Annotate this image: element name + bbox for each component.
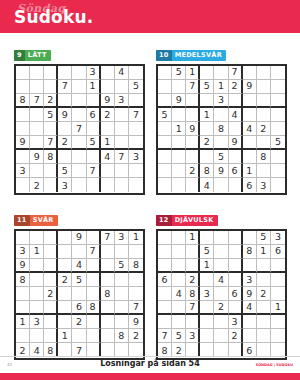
sudoku-cell-r1c7[interactable] xyxy=(243,231,257,245)
sudoku-cell-r3c4[interactable]: 1 xyxy=(200,259,214,273)
sudoku-cell-r3c5[interactable] xyxy=(72,94,86,108)
sudoku-cell-r3c4[interactable] xyxy=(200,94,214,108)
sudoku-cell-r5c7[interactable] xyxy=(101,122,115,136)
sudoku-cell-r1c5[interactable] xyxy=(214,231,228,245)
sudoku-cell-r4c1[interactable] xyxy=(16,108,30,122)
sudoku-cell-r2c6[interactable]: 2 xyxy=(229,80,243,94)
sudoku-cell-r2c5[interactable]: 1 xyxy=(214,80,228,94)
sudoku-cell-r8c2[interactable]: 5 xyxy=(172,329,186,343)
sudoku-cell-r3c2[interactable] xyxy=(172,259,186,273)
sudoku-cell-r2c9[interactable] xyxy=(129,245,143,259)
sudoku-cell-r4c6[interactable]: 6 xyxy=(87,108,101,122)
sudoku-cell-r7c3[interactable] xyxy=(186,315,200,329)
sudoku-cell-r2c6[interactable] xyxy=(229,245,243,259)
sudoku-cell-r1c7[interactable] xyxy=(101,66,115,80)
sudoku-cell-r1c3[interactable] xyxy=(44,231,58,245)
sudoku-cell-r2c2[interactable]: 1 xyxy=(30,245,44,259)
sudoku-cell-r2c9[interactable] xyxy=(271,80,285,94)
sudoku-cell-r8c6[interactable]: 2 xyxy=(229,329,243,343)
sudoku-cell-r6c5[interactable] xyxy=(72,136,86,150)
sudoku-cell-r5c3[interactable]: 2 xyxy=(44,287,58,301)
sudoku-cell-r8c5[interactable]: 9 xyxy=(214,164,228,178)
sudoku-cell-r5c1[interactable] xyxy=(158,287,172,301)
sudoku-cell-r7c6[interactable]: 3 xyxy=(229,315,243,329)
sudoku-cell-r1c2[interactable] xyxy=(30,66,44,80)
sudoku-cell-r5c7[interactable]: 9 xyxy=(243,287,257,301)
sudoku-cell-r2c6[interactable]: 1 xyxy=(87,80,101,94)
sudoku-cell-r5c9[interactable] xyxy=(271,122,285,136)
sudoku-cell-r3c6[interactable] xyxy=(87,259,101,273)
sudoku-cell-r2c6[interactable]: 7 xyxy=(87,245,101,259)
sudoku-cell-r6c5[interactable]: 2 xyxy=(214,301,228,315)
sudoku-cell-r8c2[interactable] xyxy=(30,164,44,178)
sudoku-cell-r2c7[interactable]: 8 xyxy=(243,245,257,259)
sudoku-cell-r1c7[interactable] xyxy=(243,66,257,80)
sudoku-cell-r7c1[interactable]: 1 xyxy=(16,315,30,329)
sudoku-cell-r4c3[interactable]: 2 xyxy=(186,273,200,287)
sudoku-cell-r5c8[interactable]: 2 xyxy=(257,287,271,301)
sudoku-cell-r4c3[interactable] xyxy=(186,108,200,122)
sudoku-cell-r8c1[interactable] xyxy=(158,164,172,178)
sudoku-cell-r3c9[interactable] xyxy=(271,259,285,273)
sudoku-cell-r1c8[interactable]: 4 xyxy=(115,66,129,80)
sudoku-cell-r5c7[interactable]: 4 xyxy=(243,122,257,136)
sudoku-cell-r6c2[interactable] xyxy=(30,136,44,150)
sudoku-cell-r4c1[interactable]: 5 xyxy=(158,108,172,122)
sudoku-cell-r6c3[interactable] xyxy=(186,136,200,150)
sudoku-cell-r7c9[interactable]: 9 xyxy=(129,315,143,329)
sudoku-cell-r6c9[interactable]: 7 xyxy=(129,301,143,315)
sudoku-cell-r2c8[interactable] xyxy=(115,80,129,94)
sudoku-cell-r9c5[interactable] xyxy=(72,178,86,192)
sudoku-cell-r7c7[interactable] xyxy=(243,315,257,329)
sudoku-cell-r5c6[interactable] xyxy=(87,122,101,136)
sudoku-cell-r8c4[interactable]: 8 xyxy=(200,164,214,178)
sudoku-cell-r7c2[interactable]: 9 xyxy=(30,150,44,164)
sudoku-cell-r1c8[interactable]: 5 xyxy=(257,231,271,245)
sudoku-cell-r6c8[interactable] xyxy=(257,136,271,150)
sudoku-cell-r2c1[interactable] xyxy=(158,245,172,259)
sudoku-cell-r7c7[interactable] xyxy=(101,315,115,329)
sudoku-cell-r1c2[interactable] xyxy=(172,231,186,245)
sudoku-cell-r5c5[interactable]: 8 xyxy=(214,122,228,136)
sudoku-cell-r6c4[interactable]: 2 xyxy=(200,136,214,150)
sudoku-cell-r1c3[interactable] xyxy=(44,66,58,80)
sudoku-cell-r8c4[interactable]: 5 xyxy=(58,164,72,178)
sudoku-cell-r4c4[interactable]: 9 xyxy=(58,108,72,122)
sudoku-cell-r1c8[interactable] xyxy=(257,66,271,80)
sudoku-cell-r8c7[interactable] xyxy=(101,164,115,178)
sudoku-cell-r1c8[interactable]: 3 xyxy=(115,231,129,245)
sudoku-cell-r4c5[interactable]: 4 xyxy=(214,273,228,287)
sudoku-cell-r2c4[interactable]: 5 xyxy=(200,245,214,259)
sudoku-cell-r3c4[interactable] xyxy=(58,259,72,273)
sudoku-cell-r6c4[interactable] xyxy=(200,301,214,315)
sudoku-cell-r7c5[interactable] xyxy=(72,150,86,164)
sudoku-cell-r3c9[interactable] xyxy=(271,94,285,108)
sudoku-cell-r6c1[interactable]: 9 xyxy=(16,136,30,150)
sudoku-cell-r7c1[interactable] xyxy=(16,150,30,164)
sudoku-cell-r8c1[interactable]: 3 xyxy=(16,164,30,178)
sudoku-cell-r7c7[interactable] xyxy=(243,150,257,164)
sudoku-cell-r6c6[interactable]: 5 xyxy=(87,136,101,150)
sudoku-cell-r7c9[interactable]: 3 xyxy=(129,150,143,164)
sudoku-cell-r6c2[interactable] xyxy=(172,301,186,315)
sudoku-cell-r1c1[interactable] xyxy=(16,66,30,80)
sudoku-cell-r1c4[interactable] xyxy=(58,231,72,245)
sudoku-cell-r7c4[interactable] xyxy=(58,150,72,164)
sudoku-cell-r8c5[interactable] xyxy=(72,329,86,343)
sudoku-cell-r3c5[interactable]: 3 xyxy=(214,94,228,108)
sudoku-cell-r7c7[interactable]: 4 xyxy=(101,150,115,164)
sudoku-cell-r2c1[interactable]: 3 xyxy=(16,245,30,259)
sudoku-cell-r8c3[interactable]: 3 xyxy=(186,329,200,343)
sudoku-cell-r7c1[interactable] xyxy=(158,315,172,329)
sudoku-cell-r2c1[interactable] xyxy=(158,80,172,94)
sudoku-cell-r7c5[interactable] xyxy=(214,315,228,329)
sudoku-cell-r7c2[interactable]: 3 xyxy=(30,315,44,329)
sudoku-cell-r2c7[interactable] xyxy=(101,80,115,94)
sudoku-cell-r4c2[interactable] xyxy=(172,108,186,122)
sudoku-cell-r9c7[interactable] xyxy=(101,178,115,192)
sudoku-cell-r1c6[interactable]: 3 xyxy=(87,66,101,80)
sudoku-cell-r8c9[interactable] xyxy=(271,164,285,178)
sudoku-cell-r9c6[interactable] xyxy=(229,178,243,192)
sudoku-cell-r8c9[interactable]: 2 xyxy=(129,329,143,343)
sudoku-cell-r8c1[interactable] xyxy=(16,329,30,343)
sudoku-cell-r6c7[interactable] xyxy=(101,301,115,315)
sudoku-cell-r7c5[interactable]: 2 xyxy=(72,315,86,329)
sudoku-cell-r1c9[interactable] xyxy=(129,66,143,80)
sudoku-cell-r6c9[interactable]: 1 xyxy=(271,301,285,315)
sudoku-cell-r4c7[interactable] xyxy=(243,108,257,122)
sudoku-cell-r1c4[interactable] xyxy=(200,231,214,245)
sudoku-cell-r5c3[interactable] xyxy=(44,122,58,136)
sudoku-cell-r1c7[interactable]: 7 xyxy=(101,231,115,245)
sudoku-cell-r4c8[interactable] xyxy=(257,108,271,122)
sudoku-cell-r4c6[interactable] xyxy=(229,273,243,287)
sudoku-cell-r5c4[interactable]: 3 xyxy=(200,287,214,301)
sudoku-cell-r7c8[interactable]: 8 xyxy=(257,150,271,164)
sudoku-cell-r3c4[interactable] xyxy=(58,94,72,108)
sudoku-cell-r6c5[interactable]: 6 xyxy=(72,301,86,315)
sudoku-cell-r5c2[interactable]: 4 xyxy=(172,287,186,301)
sudoku-cell-r3c8[interactable] xyxy=(257,94,271,108)
sudoku-cell-r9c1[interactable] xyxy=(16,178,30,192)
sudoku-cell-r4c5[interactable]: 5 xyxy=(72,273,86,287)
sudoku-cell-r4c4[interactable] xyxy=(200,273,214,287)
sudoku-cell-r4c9[interactable] xyxy=(271,108,285,122)
sudoku-cell-r6c1[interactable] xyxy=(158,301,172,315)
sudoku-cell-r6c8[interactable] xyxy=(115,301,129,315)
sudoku-cell-r6c1[interactable] xyxy=(158,136,172,150)
sudoku-cell-r7c3[interactable]: 8 xyxy=(44,150,58,164)
sudoku-cell-r2c2[interactable] xyxy=(172,80,186,94)
sudoku-cell-r5c7[interactable]: 8 xyxy=(101,287,115,301)
sudoku-cell-r1c4[interactable] xyxy=(200,66,214,80)
sudoku-cell-r8c1[interactable]: 7 xyxy=(158,329,172,343)
sudoku-cell-r7c5[interactable]: 5 xyxy=(214,150,228,164)
sudoku-cell-r3c1[interactable] xyxy=(158,259,172,273)
sudoku-cell-r5c5[interactable] xyxy=(72,287,86,301)
sudoku-cell-r5c2[interactable] xyxy=(30,122,44,136)
sudoku-cell-r5c6[interactable] xyxy=(229,122,243,136)
sudoku-cell-r5c4[interactable] xyxy=(58,287,72,301)
sudoku-cell-r3c1[interactable]: 9 xyxy=(16,259,30,273)
sudoku-cell-r1c5[interactable] xyxy=(214,66,228,80)
sudoku-cell-r4c5[interactable] xyxy=(72,108,86,122)
sudoku-cell-r7c9[interactable] xyxy=(271,315,285,329)
sudoku-cell-r1c6[interactable]: 7 xyxy=(229,66,243,80)
sudoku-cell-r6c7[interactable]: 4 xyxy=(243,301,257,315)
sudoku-cell-r3c6[interactable] xyxy=(87,94,101,108)
sudoku-cell-r7c8[interactable]: 7 xyxy=(115,150,129,164)
sudoku-cell-r3c1[interactable]: 8 xyxy=(16,94,30,108)
sudoku-cell-r4c1[interactable]: 6 xyxy=(158,273,172,287)
sudoku-cell-r9c3[interactable] xyxy=(44,178,58,192)
sudoku-cell-r6c6[interactable] xyxy=(229,301,243,315)
sudoku-cell-r4c9[interactable] xyxy=(129,273,143,287)
sudoku-cell-r8c8[interactable] xyxy=(257,164,271,178)
sudoku-cell-r4c7[interactable] xyxy=(101,273,115,287)
sudoku-cell-r4c8[interactable] xyxy=(115,273,129,287)
sudoku-cell-r3c5[interactable] xyxy=(214,259,228,273)
sudoku-cell-r6c4[interactable] xyxy=(58,301,72,315)
sudoku-cell-r8c6[interactable] xyxy=(87,329,101,343)
sudoku-cell-r7c1[interactable] xyxy=(158,150,172,164)
sudoku-cell-r7c2[interactable] xyxy=(172,315,186,329)
sudoku-cell-r7c6[interactable] xyxy=(87,315,101,329)
sudoku-cell-r1c4[interactable] xyxy=(58,66,72,80)
sudoku-cell-r7c4[interactable] xyxy=(200,315,214,329)
sudoku-cell-r9c2[interactable]: 2 xyxy=(30,178,44,192)
sudoku-cell-r1c2[interactable] xyxy=(30,231,44,245)
sudoku-cell-r2c8[interactable] xyxy=(115,245,129,259)
sudoku-cell-r7c3[interactable] xyxy=(186,150,200,164)
sudoku-cell-r4c2[interactable] xyxy=(30,108,44,122)
sudoku-cell-r3c2[interactable]: 7 xyxy=(30,94,44,108)
sudoku-cell-r2c3[interactable] xyxy=(44,80,58,94)
sudoku-cell-r4c7[interactable]: 3 xyxy=(243,273,257,287)
sudoku-cell-r7c8[interactable] xyxy=(115,315,129,329)
sudoku-cell-r1c6[interactable] xyxy=(87,231,101,245)
sudoku-cell-r3c2[interactable]: 9 xyxy=(172,94,186,108)
sudoku-cell-r9c8[interactable]: 3 xyxy=(257,178,271,192)
sudoku-cell-r3c6[interactable] xyxy=(229,259,243,273)
sudoku-cell-r2c3[interactable]: 7 xyxy=(186,80,200,94)
sudoku-cell-r7c6[interactable] xyxy=(87,150,101,164)
sudoku-cell-r9c1[interactable] xyxy=(158,178,172,192)
sudoku-cell-r3c3[interactable] xyxy=(186,259,200,273)
sudoku-cell-r8c5[interactable] xyxy=(72,164,86,178)
sudoku-cell-r6c5[interactable] xyxy=(214,136,228,150)
sudoku-cell-r6c6[interactable]: 8 xyxy=(87,301,101,315)
sudoku-cell-r2c9[interactable]: 5 xyxy=(129,80,143,94)
sudoku-cell-r6c8[interactable] xyxy=(115,136,129,150)
sudoku-cell-r9c6[interactable] xyxy=(87,178,101,192)
sudoku-cell-r3c8[interactable] xyxy=(257,259,271,273)
sudoku-cell-r3c3[interactable]: 2 xyxy=(44,94,58,108)
sudoku-cell-r2c5[interactable] xyxy=(72,80,86,94)
sudoku-cell-r2c8[interactable] xyxy=(257,80,271,94)
sudoku-cell-r6c2[interactable] xyxy=(30,301,44,315)
sudoku-cell-r3c7[interactable] xyxy=(101,259,115,273)
sudoku-cell-r6c6[interactable]: 9 xyxy=(229,136,243,150)
sudoku-cell-r8c7[interactable]: 1 xyxy=(243,164,257,178)
sudoku-cell-r7c9[interactable] xyxy=(271,150,285,164)
sudoku-cell-r1c9[interactable]: 3 xyxy=(271,231,285,245)
sudoku-cell-r2c5[interactable] xyxy=(72,245,86,259)
sudoku-cell-r8c6[interactable]: 6 xyxy=(229,164,243,178)
sudoku-cell-r8c2[interactable] xyxy=(30,329,44,343)
sudoku-cell-r3c7[interactable] xyxy=(243,259,257,273)
sudoku-cell-r4c8[interactable] xyxy=(257,273,271,287)
sudoku-cell-r2c5[interactable] xyxy=(214,245,228,259)
sudoku-cell-r2c7[interactable] xyxy=(101,245,115,259)
sudoku-cell-r6c8[interactable] xyxy=(257,301,271,315)
sudoku-cell-r8c9[interactable] xyxy=(129,164,143,178)
sudoku-cell-r3c9[interactable] xyxy=(129,94,143,108)
sudoku-cell-r6c3[interactable]: 7 xyxy=(44,136,58,150)
sudoku-cell-r4c6[interactable]: 4 xyxy=(229,108,243,122)
sudoku-cell-r1c1[interactable] xyxy=(158,66,172,80)
sudoku-cell-r5c2[interactable]: 1 xyxy=(172,122,186,136)
sudoku-cell-r6c7[interactable] xyxy=(243,136,257,150)
sudoku-cell-r5c4[interactable] xyxy=(200,122,214,136)
sudoku-cell-r4c8[interactable] xyxy=(115,108,129,122)
sudoku-cell-r7c4[interactable] xyxy=(200,150,214,164)
sudoku-cell-r2c7[interactable]: 9 xyxy=(243,80,257,94)
sudoku-cell-r6c3[interactable] xyxy=(44,301,58,315)
sudoku-cell-r1c3[interactable]: 1 xyxy=(186,231,200,245)
sudoku-cell-r5c5[interactable]: 7 xyxy=(72,122,86,136)
sudoku-cell-r6c4[interactable]: 2 xyxy=(58,136,72,150)
sudoku-cell-r7c6[interactable] xyxy=(229,150,243,164)
sudoku-cell-r5c3[interactable]: 8 xyxy=(186,287,200,301)
sudoku-cell-r8c6[interactable]: 7 xyxy=(87,164,101,178)
sudoku-cell-r8c4[interactable] xyxy=(200,329,214,343)
sudoku-cell-r9c9[interactable] xyxy=(129,178,143,192)
sudoku-cell-r4c5[interactable] xyxy=(214,108,228,122)
sudoku-cell-r3c7[interactable] xyxy=(243,94,257,108)
sudoku-cell-r4c9[interactable]: 7 xyxy=(129,108,143,122)
sudoku-cell-r5c9[interactable] xyxy=(129,122,143,136)
sudoku-cell-r6c7[interactable]: 1 xyxy=(101,136,115,150)
sudoku-cell-r5c3[interactable]: 9 xyxy=(186,122,200,136)
sudoku-cell-r9c8[interactable] xyxy=(115,178,129,192)
sudoku-cell-r8c7[interactable] xyxy=(243,329,257,343)
sudoku-cell-r2c3[interactable] xyxy=(186,245,200,259)
sudoku-cell-r6c9[interactable]: 5 xyxy=(271,136,285,150)
sudoku-cell-r2c2[interactable] xyxy=(30,80,44,94)
sudoku-cell-r8c8[interactable]: 8 xyxy=(115,329,129,343)
sudoku-cell-r5c8[interactable] xyxy=(115,287,129,301)
sudoku-cell-r4c4[interactable]: 1 xyxy=(200,108,214,122)
sudoku-cell-r2c1[interactable] xyxy=(16,80,30,94)
sudoku-cell-r8c2[interactable] xyxy=(172,164,186,178)
sudoku-cell-r5c8[interactable]: 2 xyxy=(257,122,271,136)
sudoku-cell-r9c4[interactable]: 3 xyxy=(58,178,72,192)
sudoku-cell-r3c8[interactable]: 3 xyxy=(115,94,129,108)
sudoku-cell-r4c2[interactable] xyxy=(172,273,186,287)
sudoku-cell-r5c2[interactable] xyxy=(30,287,44,301)
sudoku-cell-r4c7[interactable]: 2 xyxy=(101,108,115,122)
sudoku-cell-r8c3[interactable] xyxy=(44,164,58,178)
sudoku-cell-r1c2[interactable]: 5 xyxy=(172,66,186,80)
sudoku-cell-r2c9[interactable]: 6 xyxy=(271,245,285,259)
sudoku-cell-r4c2[interactable] xyxy=(30,273,44,287)
sudoku-cell-r8c8[interactable] xyxy=(257,329,271,343)
sudoku-cell-r9c7[interactable]: 6 xyxy=(243,178,257,192)
sudoku-cell-r5c6[interactable]: 6 xyxy=(229,287,243,301)
sudoku-cell-r3c9[interactable]: 8 xyxy=(129,259,143,273)
sudoku-cell-r3c6[interactable] xyxy=(229,94,243,108)
sudoku-cell-r9c5[interactable] xyxy=(214,178,228,192)
sudoku-cell-r1c9[interactable]: 1 xyxy=(129,231,143,245)
sudoku-cell-r7c3[interactable] xyxy=(44,315,58,329)
sudoku-cell-r1c9[interactable] xyxy=(271,66,285,80)
sudoku-cell-r2c4[interactable]: 5 xyxy=(200,80,214,94)
sudoku-cell-r8c8[interactable] xyxy=(115,164,129,178)
sudoku-cell-r5c1[interactable] xyxy=(16,287,30,301)
sudoku-cell-r6c2[interactable] xyxy=(172,136,186,150)
sudoku-cell-r1c3[interactable]: 1 xyxy=(186,66,200,80)
sudoku-cell-r8c5[interactable] xyxy=(214,329,228,343)
sudoku-cell-r8c4[interactable]: 1 xyxy=(58,329,72,343)
sudoku-cell-r4c4[interactable]: 2 xyxy=(58,273,72,287)
sudoku-cell-r4c6[interactable] xyxy=(87,273,101,287)
sudoku-cell-r3c8[interactable]: 5 xyxy=(115,259,129,273)
sudoku-cell-r1c1[interactable] xyxy=(16,231,30,245)
sudoku-cell-r5c1[interactable] xyxy=(158,122,172,136)
sudoku-cell-r3c2[interactable] xyxy=(30,259,44,273)
sudoku-cell-r2c8[interactable]: 1 xyxy=(257,245,271,259)
sudoku-cell-r5c9[interactable] xyxy=(129,287,143,301)
sudoku-cell-r5c4[interactable] xyxy=(58,122,72,136)
sudoku-cell-r3c3[interactable] xyxy=(186,94,200,108)
sudoku-cell-r7c2[interactable] xyxy=(172,150,186,164)
sudoku-cell-r8c3[interactable]: 2 xyxy=(186,164,200,178)
sudoku-cell-r1c5[interactable] xyxy=(72,66,86,80)
sudoku-cell-r1c6[interactable] xyxy=(229,231,243,245)
sudoku-cell-r6c9[interactable] xyxy=(129,136,143,150)
sudoku-cell-r4c3[interactable]: 5 xyxy=(44,108,58,122)
sudoku-cell-r6c1[interactable] xyxy=(16,301,30,315)
sudoku-cell-r3c1[interactable] xyxy=(158,94,172,108)
sudoku-cell-r6c3[interactable]: 7 xyxy=(186,301,200,315)
sudoku-cell-r2c4[interactable] xyxy=(58,245,72,259)
sudoku-cell-r9c3[interactable] xyxy=(186,178,200,192)
sudoku-cell-r4c3[interactable] xyxy=(44,273,58,287)
sudoku-cell-r7c4[interactable] xyxy=(58,315,72,329)
sudoku-cell-r8c3[interactable] xyxy=(44,329,58,343)
sudoku-cell-r3c3[interactable] xyxy=(44,259,58,273)
sudoku-cell-r9c4[interactable]: 4 xyxy=(200,178,214,192)
sudoku-cell-r8c7[interactable] xyxy=(101,329,115,343)
sudoku-cell-r7c8[interactable] xyxy=(257,315,271,329)
sudoku-cell-r4c1[interactable]: 8 xyxy=(16,273,30,287)
sudoku-cell-r3c7[interactable]: 9 xyxy=(101,94,115,108)
sudoku-cell-r2c3[interactable] xyxy=(44,245,58,259)
sudoku-cell-r3c5[interactable]: 4 xyxy=(72,259,86,273)
sudoku-cell-r5c1[interactable] xyxy=(16,122,30,136)
sudoku-cell-r5c6[interactable] xyxy=(87,287,101,301)
sudoku-cell-r1c1[interactable] xyxy=(158,231,172,245)
sudoku-cell-r5c9[interactable] xyxy=(271,287,285,301)
sudoku-cell-r9c2[interactable] xyxy=(172,178,186,192)
sudoku-cell-r4c9[interactable] xyxy=(271,273,285,287)
sudoku-cell-r8c9[interactable] xyxy=(271,329,285,343)
